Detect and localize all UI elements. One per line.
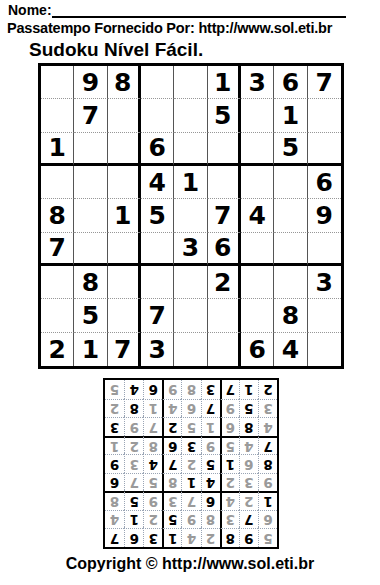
puzzle-cell-r8c2[interactable]: 5 [74,299,107,332]
solution-cell-r4c5: 1 [181,473,200,492]
solution-cell-r5c5: 2 [181,454,200,473]
puzzle-cell-r1c4[interactable] [141,66,174,99]
solution-cell-r1c1: 5 [258,528,277,547]
solution-cell-r2c9: 4 [105,510,124,529]
solution-cell-r9c5: 8 [181,380,200,399]
provided-by-text: Passatempo Fornecido Por: http://www.sol… [7,20,377,36]
solution-cell-r7c3: 6 [220,417,239,436]
puzzle-cell-r2c8[interactable]: 1 [274,99,307,132]
puzzle-cell-r1c3[interactable]: 8 [108,66,141,99]
puzzle-cell-r3c3[interactable] [108,133,141,166]
puzzle-cell-r8c3[interactable] [108,299,141,332]
solution-cell-r9c9: 5 [105,380,124,399]
page-title: Sudoku Nível Fácil. [29,39,203,61]
puzzle-cell-r4c7[interactable] [241,166,274,199]
puzzle-cell-r1c6[interactable]: 1 [208,66,241,99]
puzzle-cell-r6c5[interactable]: 3 [174,233,207,266]
solution-cell-r4c6: 8 [162,473,181,492]
solution-cell-r9c3: 7 [220,380,239,399]
solution-cell-r3c9: 8 [105,491,124,510]
solution-cell-r9c6: 9 [162,380,181,399]
solution-cell-r5c8: 3 [124,454,143,473]
solution-cell-r7c5: 5 [181,417,200,436]
solution-cell-r6c4: 9 [201,436,220,455]
solution-cell-r4c4: 4 [201,473,220,492]
solution-cell-r4c7: 5 [143,473,162,492]
solution-cell-r4c3: 2 [220,473,239,492]
puzzle-cell-r7c9[interactable]: 3 [308,266,341,299]
puzzle-cell-r4c5[interactable]: 1 [174,166,207,199]
solution-cell-r8c7: 1 [143,399,162,418]
puzzle-cell-r1c5[interactable] [174,66,207,99]
puzzle-cell-r6c9[interactable] [308,233,341,266]
puzzle-cell-r7c7[interactable] [241,266,274,299]
solution-cell-r7c8: 9 [124,417,143,436]
solution-cell-r2c3: 3 [220,510,239,529]
solution-cell-r7c6: 2 [162,417,181,436]
puzzle-cell-r7c2[interactable]: 8 [74,266,107,299]
solution-cell-r1c2: 9 [239,528,258,547]
solution-cell-r2c6: 5 [162,510,181,529]
solution-cell-r6c3: 5 [220,436,239,455]
puzzle-cell-r8c1[interactable] [41,299,74,332]
puzzle-cell-r6c6[interactable]: 6 [208,233,241,266]
solution-cell-r4c9: 6 [105,473,124,492]
solution-cell-r3c6: 3 [162,491,181,510]
solution-cell-r6c6: 6 [162,436,181,455]
puzzle-cell-r8c7[interactable] [241,299,274,332]
puzzle-cell-r2c6[interactable]: 5 [208,99,241,132]
puzzle-cell-r4c3[interactable] [108,166,141,199]
solution-cell-r5c9: 9 [105,454,124,473]
puzzle-cell-r9c8[interactable]: 4 [274,333,307,366]
solution-cell-r7c9: 3 [105,417,124,436]
solution-cell-r3c4: 6 [201,491,220,510]
puzzle-cell-r5c2[interactable] [74,199,107,232]
puzzle-cell-r7c5[interactable] [174,266,207,299]
puzzle-cell-r2c4[interactable] [141,99,174,132]
puzzle-cell-r9c2[interactable]: 1 [74,333,107,366]
puzzle-cell-r2c2[interactable]: 7 [74,99,107,132]
puzzle-cell-r8c9[interactable] [308,299,341,332]
solution-cell-r6c8: 2 [124,436,143,455]
solution-cell-r5c1: 8 [258,454,277,473]
puzzle-cell-r9c6[interactable] [208,333,241,366]
puzzle-cell-r8c5[interactable] [174,299,207,332]
puzzle-cell-r7c1[interactable] [41,266,74,299]
puzzle-cell-r4c4[interactable]: 4 [141,166,174,199]
solution-cell-r1c5: 4 [181,528,200,547]
solution-cell-r5c3: 1 [220,454,239,473]
solution-cell-r8c3: 9 [220,399,239,418]
solution-cell-r8c4: 7 [201,399,220,418]
solution-cell-r9c2: 1 [239,380,258,399]
solution-grid: 5982413676738952141246739589324185768615… [103,378,279,549]
solution-cell-r6c5: 3 [181,436,200,455]
puzzle-cell-r2c3[interactable] [108,99,141,132]
puzzle-cell-r5c4[interactable]: 5 [141,199,174,232]
solution-cell-r1c6: 1 [162,528,181,547]
puzzle-cell-r1c8[interactable]: 6 [274,66,307,99]
puzzle-cell-r9c7[interactable]: 6 [241,333,274,366]
puzzle-cell-r9c5[interactable] [174,333,207,366]
solution-cell-r9c1: 2 [258,380,277,399]
puzzle-cell-r3c5[interactable] [174,133,207,166]
puzzle-cell-r8c6[interactable] [208,299,241,332]
puzzle-cell-r9c4[interactable]: 3 [141,333,174,366]
solution-cell-r7c4: 1 [201,417,220,436]
solution-cell-r3c1: 1 [258,491,277,510]
sudoku-grid: 981367751165416815749736823578217364 [38,63,344,369]
puzzle-cell-r4c8[interactable] [274,166,307,199]
solution-cell-r2c8: 1 [124,510,143,529]
solution-cell-r5c2: 6 [239,454,258,473]
puzzle-cell-r5c5[interactable] [174,199,207,232]
puzzle-cell-r6c2[interactable] [74,233,107,266]
puzzle-cell-r5c9[interactable]: 9 [308,199,341,232]
solution-cell-r5c4: 5 [201,454,220,473]
solution-cell-r9c7: 6 [143,380,162,399]
solution-cell-r1c8: 6 [124,528,143,547]
solution-cell-r6c1: 7 [258,436,277,455]
solution-cell-r2c1: 6 [258,510,277,529]
solution-cell-r6c9: 1 [105,436,124,455]
solution-cell-r4c2: 3 [239,473,258,492]
solution-cell-r2c7: 2 [143,510,162,529]
puzzle-cell-r1c9[interactable]: 7 [308,66,341,99]
puzzle-cell-r4c9[interactable]: 6 [308,166,341,199]
puzzle-cell-r4c1[interactable] [41,166,74,199]
puzzle-cell-r7c4[interactable] [141,266,174,299]
puzzle-cell-r7c3[interactable] [108,266,141,299]
puzzle-cell-r6c1[interactable]: 7 [41,233,74,266]
puzzle-cell-r1c1[interactable] [41,66,74,99]
puzzle-cell-r5c7[interactable]: 4 [241,199,274,232]
puzzle-cell-r9c1[interactable]: 2 [41,333,74,366]
solution-cell-r5c7: 4 [143,454,162,473]
solution-cell-r6c2: 4 [239,436,258,455]
puzzle-cell-r6c3[interactable] [108,233,141,266]
puzzle-cell-r5c3[interactable]: 1 [108,199,141,232]
solution-cell-r6c7: 8 [143,436,162,455]
puzzle-cell-r2c1[interactable] [41,99,74,132]
solution-cell-r3c2: 2 [239,491,258,510]
puzzle-cell-r3c2[interactable] [74,133,107,166]
puzzle-cell-r7c6[interactable]: 2 [208,266,241,299]
solution-cell-r8c5: 6 [181,399,200,418]
solution-cell-r9c4: 3 [201,380,220,399]
puzzle-cell-r4c2[interactable] [74,166,107,199]
name-label: Nome: [8,2,52,18]
solution-cell-r9c8: 4 [124,380,143,399]
puzzle-cell-r7c8[interactable] [274,266,307,299]
solution-cell-r1c4: 2 [201,528,220,547]
solution-cell-r1c7: 3 [143,528,162,547]
puzzle-cell-r1c2[interactable]: 9 [74,66,107,99]
puzzle-cell-r3c9[interactable] [308,133,341,166]
solution-cell-r1c9: 7 [105,528,124,547]
solution-cell-r8c9: 2 [105,399,124,418]
puzzle-cell-r3c1[interactable]: 1 [41,133,74,166]
puzzle-cell-r5c6[interactable]: 7 [208,199,241,232]
puzzle-cell-r6c7[interactable] [241,233,274,266]
solution-cell-r3c3: 4 [220,491,239,510]
solution-cell-r3c7: 9 [143,491,162,510]
puzzle-cell-r3c7[interactable] [241,133,274,166]
puzzle-cell-r8c8[interactable]: 8 [274,299,307,332]
solution-cell-r7c2: 8 [239,417,258,436]
solution-cell-r2c2: 7 [239,510,258,529]
solution-cell-r8c8: 8 [124,399,143,418]
copyright-text: Copyright © http://www.sol.eti.br [0,555,380,573]
puzzle-cell-r5c8[interactable] [274,199,307,232]
puzzle-cell-r6c4[interactable] [141,233,174,266]
puzzle-cell-r3c8[interactable]: 5 [274,133,307,166]
solution-cell-r4c8: 7 [124,473,143,492]
solution-cell-r8c2: 5 [239,399,258,418]
solution-cell-r2c5: 9 [181,510,200,529]
solution-cell-r8c6: 4 [162,399,181,418]
puzzle-cell-r3c4[interactable]: 6 [141,133,174,166]
puzzle-cell-r9c9[interactable] [308,333,341,366]
puzzle-cell-r3c6[interactable] [208,133,241,166]
solution-cell-r3c8: 5 [124,491,143,510]
puzzle-cell-r2c5[interactable] [174,99,207,132]
solution-cell-r4c1: 9 [258,473,277,492]
name-field-row: Nome: [8,2,348,18]
puzzle-cell-r9c3[interactable]: 7 [108,333,141,366]
solution-cell-r3c5: 7 [181,491,200,510]
puzzle-cell-r8c4[interactable]: 7 [141,299,174,332]
solution-cell-r2c4: 8 [201,510,220,529]
puzzle-cell-r6c8[interactable] [274,233,307,266]
solution-cell-r8c1: 3 [258,399,277,418]
solution-cell-r7c7: 7 [143,417,162,436]
puzzle-cell-r2c7[interactable] [241,99,274,132]
solution-cell-r7c1: 4 [258,417,277,436]
name-blank-line[interactable] [52,3,346,18]
puzzle-cell-r2c9[interactable] [308,99,341,132]
solution-cell-r5c6: 7 [162,454,181,473]
puzzle-cell-r1c7[interactable]: 3 [241,66,274,99]
puzzle-cell-r5c1[interactable]: 8 [41,199,74,232]
solution-cell-r1c3: 8 [220,528,239,547]
puzzle-cell-r4c6[interactable] [208,166,241,199]
